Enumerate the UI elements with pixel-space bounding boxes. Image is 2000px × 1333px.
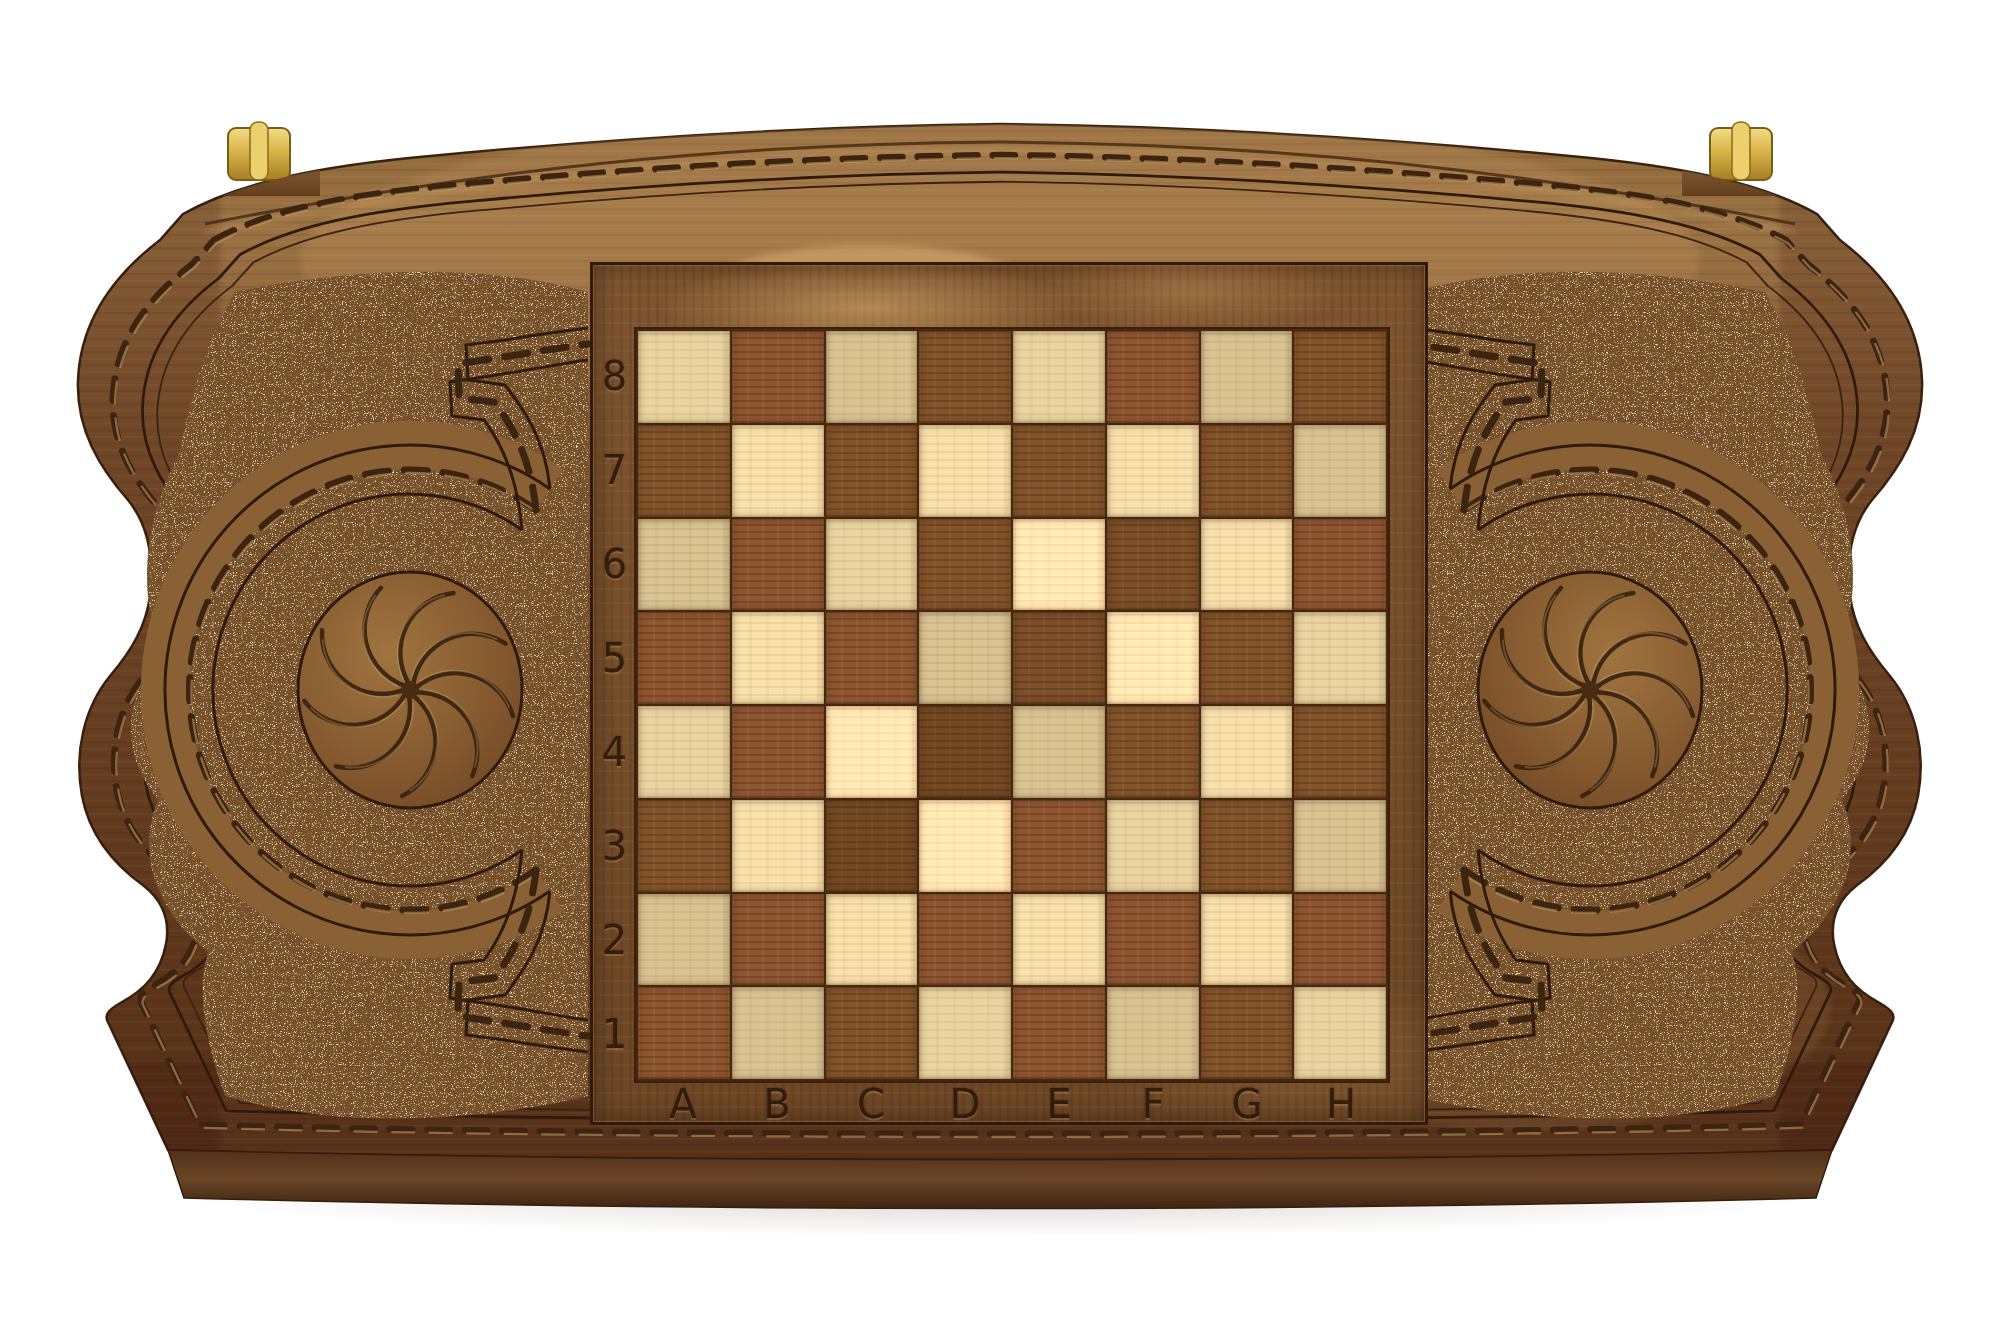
rank-label-8: 8 bbox=[593, 329, 636, 423]
square-a5 bbox=[638, 612, 730, 704]
square-e4 bbox=[1013, 706, 1105, 798]
square-f8 bbox=[1107, 331, 1199, 423]
square-c7 bbox=[826, 425, 918, 517]
square-a2 bbox=[638, 894, 730, 986]
square-c6 bbox=[826, 519, 918, 611]
square-h2 bbox=[1294, 894, 1386, 986]
file-labels: ABCDEFGH bbox=[636, 1081, 1388, 1125]
square-c1 bbox=[826, 987, 918, 1079]
hinge-right bbox=[1710, 122, 1772, 180]
square-c4 bbox=[826, 706, 918, 798]
square-b4 bbox=[732, 706, 824, 798]
square-b8 bbox=[732, 331, 824, 423]
square-b6 bbox=[732, 519, 824, 611]
square-h4 bbox=[1294, 706, 1386, 798]
square-h1 bbox=[1294, 987, 1386, 1079]
square-g4 bbox=[1201, 706, 1293, 798]
rank-label-5: 5 bbox=[593, 611, 636, 705]
square-h3 bbox=[1294, 800, 1386, 892]
file-label-e: E bbox=[1012, 1081, 1106, 1127]
square-b5 bbox=[732, 612, 824, 704]
square-b2 bbox=[732, 894, 824, 986]
hinge-knuckle bbox=[250, 122, 268, 180]
square-d7 bbox=[919, 425, 1011, 517]
square-f1 bbox=[1107, 987, 1199, 1079]
chess-grid bbox=[636, 329, 1388, 1081]
rank-label-4: 4 bbox=[593, 705, 636, 799]
square-c5 bbox=[826, 612, 918, 704]
square-e6 bbox=[1013, 519, 1105, 611]
square-d2 bbox=[919, 894, 1011, 986]
square-h8 bbox=[1294, 331, 1386, 423]
file-label-f: F bbox=[1106, 1081, 1200, 1127]
square-a3 bbox=[638, 800, 730, 892]
square-e2 bbox=[1013, 894, 1105, 986]
square-f7 bbox=[1107, 425, 1199, 517]
square-g7 bbox=[1201, 425, 1293, 517]
product-photo: 87654321 ABCDEFGH bbox=[0, 0, 2000, 1333]
square-d3 bbox=[919, 800, 1011, 892]
chess-panel: 87654321 ABCDEFGH bbox=[590, 262, 1428, 1125]
square-d4 bbox=[919, 706, 1011, 798]
rank-labels: 87654321 bbox=[593, 329, 636, 1081]
square-a7 bbox=[638, 425, 730, 517]
square-h7 bbox=[1294, 425, 1386, 517]
square-g2 bbox=[1201, 894, 1293, 986]
file-label-d: D bbox=[918, 1081, 1012, 1127]
square-g1 bbox=[1201, 987, 1293, 1079]
square-f2 bbox=[1107, 894, 1199, 986]
rank-label-6: 6 bbox=[593, 517, 636, 611]
file-label-a: A bbox=[636, 1081, 730, 1127]
file-label-b: B bbox=[730, 1081, 824, 1127]
rank-label-1: 1 bbox=[593, 987, 636, 1081]
square-e1 bbox=[1013, 987, 1105, 1079]
square-a6 bbox=[638, 519, 730, 611]
square-b3 bbox=[732, 800, 824, 892]
square-c3 bbox=[826, 800, 918, 892]
square-c8 bbox=[826, 331, 918, 423]
square-f5 bbox=[1107, 612, 1199, 704]
square-g6 bbox=[1201, 519, 1293, 611]
rank-label-2: 2 bbox=[593, 893, 636, 987]
square-g3 bbox=[1201, 800, 1293, 892]
square-e8 bbox=[1013, 331, 1105, 423]
square-g8 bbox=[1201, 331, 1293, 423]
square-b1 bbox=[732, 987, 824, 1079]
square-a8 bbox=[638, 331, 730, 423]
file-label-c: C bbox=[824, 1081, 918, 1127]
square-c2 bbox=[826, 894, 918, 986]
file-label-h: H bbox=[1294, 1081, 1388, 1127]
square-b7 bbox=[732, 425, 824, 517]
square-e3 bbox=[1013, 800, 1105, 892]
square-e5 bbox=[1013, 612, 1105, 704]
square-d1 bbox=[919, 987, 1011, 1079]
hinge-left bbox=[228, 122, 290, 180]
square-h5 bbox=[1294, 612, 1386, 704]
square-e7 bbox=[1013, 425, 1105, 517]
square-d5 bbox=[919, 612, 1011, 704]
square-d6 bbox=[919, 519, 1011, 611]
square-f6 bbox=[1107, 519, 1199, 611]
square-d8 bbox=[919, 331, 1011, 423]
square-a1 bbox=[638, 987, 730, 1079]
rank-label-7: 7 bbox=[593, 423, 636, 517]
square-f4 bbox=[1107, 706, 1199, 798]
square-h6 bbox=[1294, 519, 1386, 611]
file-label-g: G bbox=[1200, 1081, 1294, 1127]
square-a4 bbox=[638, 706, 730, 798]
rank-label-3: 3 bbox=[593, 799, 636, 893]
square-g5 bbox=[1201, 612, 1293, 704]
square-f3 bbox=[1107, 800, 1199, 892]
hinge-knuckle bbox=[1732, 122, 1750, 180]
